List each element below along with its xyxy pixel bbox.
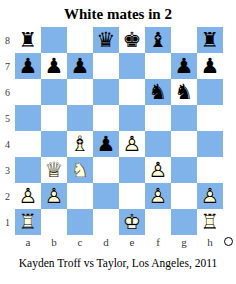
puzzle-title: White mates in 2	[0, 0, 236, 26]
square-e1[interactable]: ♚♔	[119, 209, 145, 235]
square-c1[interactable]	[67, 209, 93, 235]
black-knight-g6: ♞	[171, 79, 197, 105]
square-g7[interactable]: ♟	[171, 53, 197, 79]
square-b6[interactable]	[41, 79, 67, 105]
square-d4[interactable]: ♟	[93, 131, 119, 157]
white-rook-a1: ♜♖	[15, 209, 41, 235]
square-b4[interactable]	[41, 131, 67, 157]
file-label-h: h	[197, 235, 223, 251]
square-g3[interactable]	[171, 157, 197, 183]
file-label-d: d	[93, 235, 119, 251]
square-a4[interactable]	[15, 131, 41, 157]
square-a2[interactable]: ♟♙	[15, 183, 41, 209]
square-a8[interactable]: ♜	[15, 27, 41, 53]
square-c7[interactable]: ♟	[67, 53, 93, 79]
square-c8[interactable]	[67, 27, 93, 53]
black-pawn-g7: ♟	[171, 53, 197, 79]
white-rook-h1: ♜♖	[197, 209, 223, 235]
square-c2[interactable]	[67, 183, 93, 209]
square-b8[interactable]	[41, 27, 67, 53]
file-label-spacer	[0, 235, 15, 251]
white-pawn-h2: ♟♙	[197, 183, 223, 209]
square-c4[interactable]: ♝♗	[67, 131, 93, 157]
chess-puzzle-page: White mates in 2 8♜♛♚♝♜7♟♟♟♟♟6♞♞54♝♗♟♟♙3…	[0, 0, 236, 284]
white-pawn-f3: ♟♙	[145, 157, 171, 183]
rank-label-7: 7	[0, 53, 15, 79]
black-king-e8: ♚	[119, 27, 145, 53]
chess-board: 8♜♛♚♝♜7♟♟♟♟♟6♞♞54♝♗♟♟♙3♛♕♞♘♟♙2♟♙♟♙♟♙♟♙1♜…	[0, 27, 236, 251]
rank-label-5: 5	[0, 105, 15, 131]
square-e8[interactable]: ♚	[119, 27, 145, 53]
file-label-f: f	[145, 235, 171, 251]
square-g1[interactable]	[171, 209, 197, 235]
square-e6[interactable]	[119, 79, 145, 105]
game-caption: Kayden Troff vs Taylor, Los Angeles, 201…	[0, 257, 236, 269]
white-pawn-e4: ♟♙	[119, 131, 145, 157]
black-pawn-b7: ♟	[41, 53, 67, 79]
square-f4[interactable]	[145, 131, 171, 157]
black-rook-h8: ♜	[197, 27, 223, 53]
white-bishop-c4: ♝♗	[67, 131, 93, 157]
file-label-g: g	[171, 235, 197, 251]
square-c5[interactable]	[67, 105, 93, 131]
square-b1[interactable]	[41, 209, 67, 235]
square-a3[interactable]	[15, 157, 41, 183]
square-a7[interactable]: ♟	[15, 53, 41, 79]
square-h1[interactable]: ♜♖	[197, 209, 223, 235]
white-queen-b3: ♛♕	[41, 157, 67, 183]
white-pawn-f2: ♟♙	[145, 183, 171, 209]
square-e4[interactable]: ♟♙	[119, 131, 145, 157]
white-king-e1: ♚♔	[119, 209, 145, 235]
white-pawn-a2: ♟♙	[15, 183, 41, 209]
black-pawn-d4: ♟	[93, 131, 119, 157]
square-e3[interactable]	[119, 157, 145, 183]
white-to-move-indicator	[224, 237, 233, 246]
square-f5[interactable]	[145, 105, 171, 131]
square-f1[interactable]	[145, 209, 171, 235]
rank-label-6: 6	[0, 79, 15, 105]
square-b5[interactable]	[41, 105, 67, 131]
black-bishop-f8: ♝	[145, 27, 171, 53]
black-knight-f6: ♞	[145, 79, 171, 105]
file-labels: abcdefgh	[0, 235, 236, 251]
square-h5[interactable]	[197, 105, 223, 131]
black-pawn-c7: ♟	[67, 53, 93, 79]
white-pawn-b2: ♟♙	[41, 183, 67, 209]
square-g6[interactable]: ♞	[171, 79, 197, 105]
square-f6[interactable]: ♞	[145, 79, 171, 105]
square-e7[interactable]	[119, 53, 145, 79]
square-h7[interactable]: ♟	[197, 53, 223, 79]
square-a1[interactable]: ♜♖	[15, 209, 41, 235]
rank-label-2: 2	[0, 183, 15, 209]
square-d3[interactable]	[93, 157, 119, 183]
square-g2[interactable]	[171, 183, 197, 209]
black-rook-a8: ♜	[15, 27, 41, 53]
square-d8[interactable]: ♛	[93, 27, 119, 53]
square-d5[interactable]	[93, 105, 119, 131]
square-c6[interactable]	[67, 79, 93, 105]
square-g5[interactable]	[171, 105, 197, 131]
square-d2[interactable]	[93, 183, 119, 209]
rank-label-4: 4	[0, 131, 15, 157]
square-b2[interactable]: ♟♙	[41, 183, 67, 209]
square-f3[interactable]: ♟♙	[145, 157, 171, 183]
file-label-c: c	[67, 235, 93, 251]
square-h8[interactable]: ♜	[197, 27, 223, 53]
square-e5[interactable]	[119, 105, 145, 131]
board-grid: 8♜♛♚♝♜7♟♟♟♟♟6♞♞54♝♗♟♟♙3♛♕♞♘♟♙2♟♙♟♙♟♙♟♙1♜…	[0, 27, 236, 235]
black-pawn-a7: ♟	[15, 53, 41, 79]
rank-label-8: 8	[0, 27, 15, 53]
square-g4[interactable]	[171, 131, 197, 157]
black-pawn-h7: ♟	[197, 53, 223, 79]
file-label-b: b	[41, 235, 67, 251]
square-g8[interactable]	[171, 27, 197, 53]
square-h6[interactable]	[197, 79, 223, 105]
square-a5[interactable]	[15, 105, 41, 131]
square-f8[interactable]: ♝	[145, 27, 171, 53]
square-c3[interactable]: ♞♘	[67, 157, 93, 183]
file-label-e: e	[119, 235, 145, 251]
rank-label-1: 1	[0, 209, 15, 235]
square-h3[interactable]	[197, 157, 223, 183]
square-a6[interactable]	[15, 79, 41, 105]
square-d6[interactable]	[93, 79, 119, 105]
square-b7[interactable]: ♟	[41, 53, 67, 79]
rank-label-3: 3	[0, 157, 15, 183]
square-h4[interactable]	[197, 131, 223, 157]
black-queen-d8: ♛	[93, 27, 119, 53]
square-f2[interactable]: ♟♙	[145, 183, 171, 209]
white-knight-c3: ♞♘	[67, 157, 93, 183]
square-b3[interactable]: ♛♕	[41, 157, 67, 183]
square-d1[interactable]	[93, 209, 119, 235]
square-d7[interactable]	[93, 53, 119, 79]
square-e2[interactable]	[119, 183, 145, 209]
square-h2[interactable]: ♟♙	[197, 183, 223, 209]
file-label-a: a	[15, 235, 41, 251]
square-f7[interactable]	[145, 53, 171, 79]
